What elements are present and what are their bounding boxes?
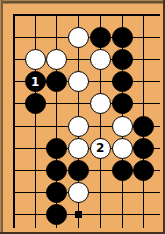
grid-line-vertical (35, 14, 36, 228)
frame-left-edge (0, 0, 3, 234)
frame-right-edge (163, 0, 165, 234)
white-stone (68, 116, 89, 137)
go-diagram: 12 (0, 0, 165, 234)
black-stone (46, 138, 67, 159)
black-stone (46, 204, 67, 225)
black-stone (112, 49, 133, 70)
frame-top-edge (0, 0, 165, 4)
white-stone: 2 (90, 138, 111, 159)
white-stone (68, 138, 89, 159)
go-board: 12 (0, 0, 165, 234)
white-stone (25, 49, 46, 70)
white-stone (68, 182, 89, 203)
grid-line-vertical (13, 14, 15, 228)
black-stone (46, 160, 67, 181)
black-stone (90, 27, 111, 48)
black-stone (133, 116, 154, 137)
black-stone (68, 160, 89, 181)
black-stone (46, 182, 67, 203)
black-stone: 1 (25, 71, 46, 92)
black-stone (112, 71, 133, 92)
white-stone (68, 71, 89, 92)
black-stone (133, 138, 154, 159)
white-stone (90, 49, 111, 70)
white-stone (112, 138, 133, 159)
black-stone (112, 27, 133, 48)
white-stone (112, 116, 133, 137)
black-stone (112, 160, 133, 181)
move-number-label: 1 (31, 76, 39, 88)
black-stone (46, 71, 67, 92)
black-stone (25, 93, 46, 114)
frame-bottom-edge (0, 232, 165, 234)
white-stone (90, 93, 111, 114)
white-stone (46, 49, 67, 70)
hoshi-marker (75, 211, 82, 218)
white-stone (68, 27, 89, 48)
black-stone (112, 93, 133, 114)
move-number-label: 2 (96, 142, 104, 154)
black-stone (133, 160, 154, 181)
